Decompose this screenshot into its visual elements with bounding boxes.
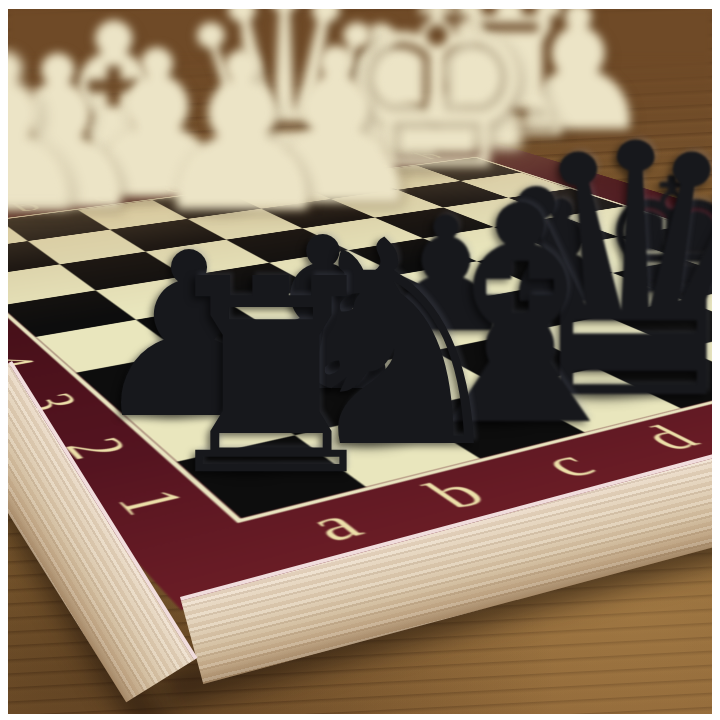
chess-set-product-photo: aabbccddeeffgghh12345678 ♟♟♝♟♟♛♟♟♚♟♜♟♟♜♟… <box>8 9 712 714</box>
black-rook-piece: ♜ <box>150 244 391 513</box>
pieces-layer: ♟♟♝♟♟♛♟♟♚♟♜♟♟♜♟♞♟♝♟♛♚ <box>8 9 712 714</box>
